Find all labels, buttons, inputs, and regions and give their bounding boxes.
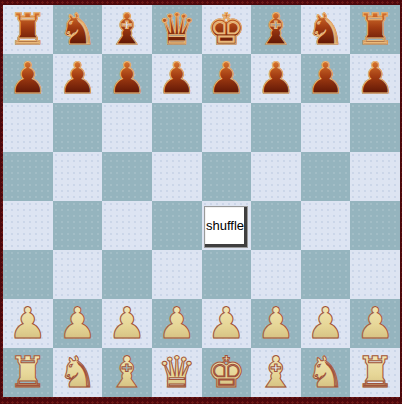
square-a8[interactable]: ♜ bbox=[3, 5, 53, 54]
square-f1[interactable]: ♝ bbox=[251, 348, 301, 397]
square-d1[interactable]: ♛ bbox=[152, 348, 202, 397]
square-e3[interactable] bbox=[202, 250, 252, 299]
piece-cream-pawn[interactable]: ♟ bbox=[207, 302, 246, 345]
piece-red-rook[interactable]: ♜ bbox=[9, 8, 48, 51]
square-d4[interactable] bbox=[152, 201, 202, 250]
piece-red-bishop[interactable]: ♝ bbox=[108, 8, 147, 51]
square-e6[interactable] bbox=[202, 103, 252, 152]
square-h3[interactable] bbox=[350, 250, 400, 299]
piece-red-pawn[interactable]: ♟ bbox=[257, 57, 296, 100]
square-b6[interactable] bbox=[53, 103, 103, 152]
square-d2[interactable]: ♟ bbox=[152, 299, 202, 348]
square-g7[interactable]: ♟ bbox=[301, 54, 351, 103]
piece-red-pawn[interactable]: ♟ bbox=[207, 57, 246, 100]
square-d6[interactable] bbox=[152, 103, 202, 152]
piece-red-king[interactable]: ♚ bbox=[207, 8, 246, 51]
square-f2[interactable]: ♟ bbox=[251, 299, 301, 348]
piece-red-pawn[interactable]: ♟ bbox=[108, 57, 147, 100]
square-a5[interactable] bbox=[3, 152, 53, 201]
piece-cream-pawn[interactable]: ♟ bbox=[58, 302, 97, 345]
square-a3[interactable] bbox=[3, 250, 53, 299]
piece-cream-pawn[interactable]: ♟ bbox=[9, 302, 48, 345]
square-f3[interactable] bbox=[251, 250, 301, 299]
square-h5[interactable] bbox=[350, 152, 400, 201]
square-b2[interactable]: ♟ bbox=[53, 299, 103, 348]
square-g1[interactable]: ♞ bbox=[301, 348, 351, 397]
square-d3[interactable] bbox=[152, 250, 202, 299]
square-e7[interactable]: ♟ bbox=[202, 54, 252, 103]
square-a6[interactable] bbox=[3, 103, 53, 152]
square-e5[interactable] bbox=[202, 152, 252, 201]
square-b1[interactable]: ♞ bbox=[53, 348, 103, 397]
square-d8[interactable]: ♛ bbox=[152, 5, 202, 54]
square-a4[interactable] bbox=[3, 201, 53, 250]
square-a2[interactable]: ♟ bbox=[3, 299, 53, 348]
square-g2[interactable]: ♟ bbox=[301, 299, 351, 348]
square-c7[interactable]: ♟ bbox=[102, 54, 152, 103]
square-a7[interactable]: ♟ bbox=[3, 54, 53, 103]
square-f7[interactable]: ♟ bbox=[251, 54, 301, 103]
piece-red-knight[interactable]: ♞ bbox=[58, 8, 97, 51]
piece-red-pawn[interactable]: ♟ bbox=[9, 57, 48, 100]
chess-board: ♜♞♝♛♚♝♞♜♟♟♟♟♟♟♟♟♟♟♟♟♟♟♟♟♜♞♝♛♚♝♞♜ bbox=[3, 5, 400, 397]
square-h6[interactable] bbox=[350, 103, 400, 152]
square-g6[interactable] bbox=[301, 103, 351, 152]
piece-red-pawn[interactable]: ♟ bbox=[157, 57, 196, 100]
square-h1[interactable]: ♜ bbox=[350, 348, 400, 397]
piece-cream-pawn[interactable]: ♟ bbox=[257, 302, 296, 345]
square-g3[interactable] bbox=[301, 250, 351, 299]
piece-red-knight[interactable]: ♞ bbox=[306, 8, 345, 51]
piece-red-rook[interactable]: ♜ bbox=[356, 8, 395, 51]
shuffle-button[interactable]: shuffle bbox=[204, 206, 248, 248]
piece-cream-bishop[interactable]: ♝ bbox=[257, 351, 296, 394]
square-a1[interactable]: ♜ bbox=[3, 348, 53, 397]
piece-red-pawn[interactable]: ♟ bbox=[356, 57, 395, 100]
piece-cream-knight[interactable]: ♞ bbox=[306, 351, 345, 394]
square-h2[interactable]: ♟ bbox=[350, 299, 400, 348]
square-c6[interactable] bbox=[102, 103, 152, 152]
square-c8[interactable]: ♝ bbox=[102, 5, 152, 54]
piece-red-queen[interactable]: ♛ bbox=[157, 8, 196, 51]
piece-cream-king[interactable]: ♚ bbox=[207, 351, 246, 394]
piece-red-bishop[interactable]: ♝ bbox=[257, 8, 296, 51]
piece-cream-bishop[interactable]: ♝ bbox=[108, 351, 147, 394]
square-e1[interactable]: ♚ bbox=[202, 348, 252, 397]
square-g4[interactable] bbox=[301, 201, 351, 250]
square-b5[interactable] bbox=[53, 152, 103, 201]
square-b3[interactable] bbox=[53, 250, 103, 299]
square-f5[interactable] bbox=[251, 152, 301, 201]
square-b7[interactable]: ♟ bbox=[53, 54, 103, 103]
square-b8[interactable]: ♞ bbox=[53, 5, 103, 54]
square-h4[interactable] bbox=[350, 201, 400, 250]
square-c5[interactable] bbox=[102, 152, 152, 201]
square-c2[interactable]: ♟ bbox=[102, 299, 152, 348]
piece-red-pawn[interactable]: ♟ bbox=[306, 57, 345, 100]
piece-cream-pawn[interactable]: ♟ bbox=[157, 302, 196, 345]
piece-cream-pawn[interactable]: ♟ bbox=[306, 302, 345, 345]
square-d7[interactable]: ♟ bbox=[152, 54, 202, 103]
square-f4[interactable] bbox=[251, 201, 301, 250]
piece-cream-rook[interactable]: ♜ bbox=[356, 351, 395, 394]
square-g8[interactable]: ♞ bbox=[301, 5, 351, 54]
piece-cream-pawn[interactable]: ♟ bbox=[356, 302, 395, 345]
chess-app-window: ♜♞♝♛♚♝♞♜♟♟♟♟♟♟♟♟♟♟♟♟♟♟♟♟♜♞♝♛♚♝♞♜ shuffle bbox=[0, 0, 402, 404]
square-c4[interactable] bbox=[102, 201, 152, 250]
square-f8[interactable]: ♝ bbox=[251, 5, 301, 54]
square-h8[interactable]: ♜ bbox=[350, 5, 400, 54]
square-b4[interactable] bbox=[53, 201, 103, 250]
square-d5[interactable] bbox=[152, 152, 202, 201]
square-e2[interactable]: ♟ bbox=[202, 299, 252, 348]
square-c1[interactable]: ♝ bbox=[102, 348, 152, 397]
square-h7[interactable]: ♟ bbox=[350, 54, 400, 103]
square-c3[interactable] bbox=[102, 250, 152, 299]
square-f6[interactable] bbox=[251, 103, 301, 152]
piece-cream-pawn[interactable]: ♟ bbox=[108, 302, 147, 345]
piece-cream-knight[interactable]: ♞ bbox=[58, 351, 97, 394]
piece-cream-queen[interactable]: ♛ bbox=[157, 351, 196, 394]
square-e8[interactable]: ♚ bbox=[202, 5, 252, 54]
piece-cream-rook[interactable]: ♜ bbox=[9, 351, 48, 394]
piece-red-pawn[interactable]: ♟ bbox=[58, 57, 97, 100]
square-g5[interactable] bbox=[301, 152, 351, 201]
